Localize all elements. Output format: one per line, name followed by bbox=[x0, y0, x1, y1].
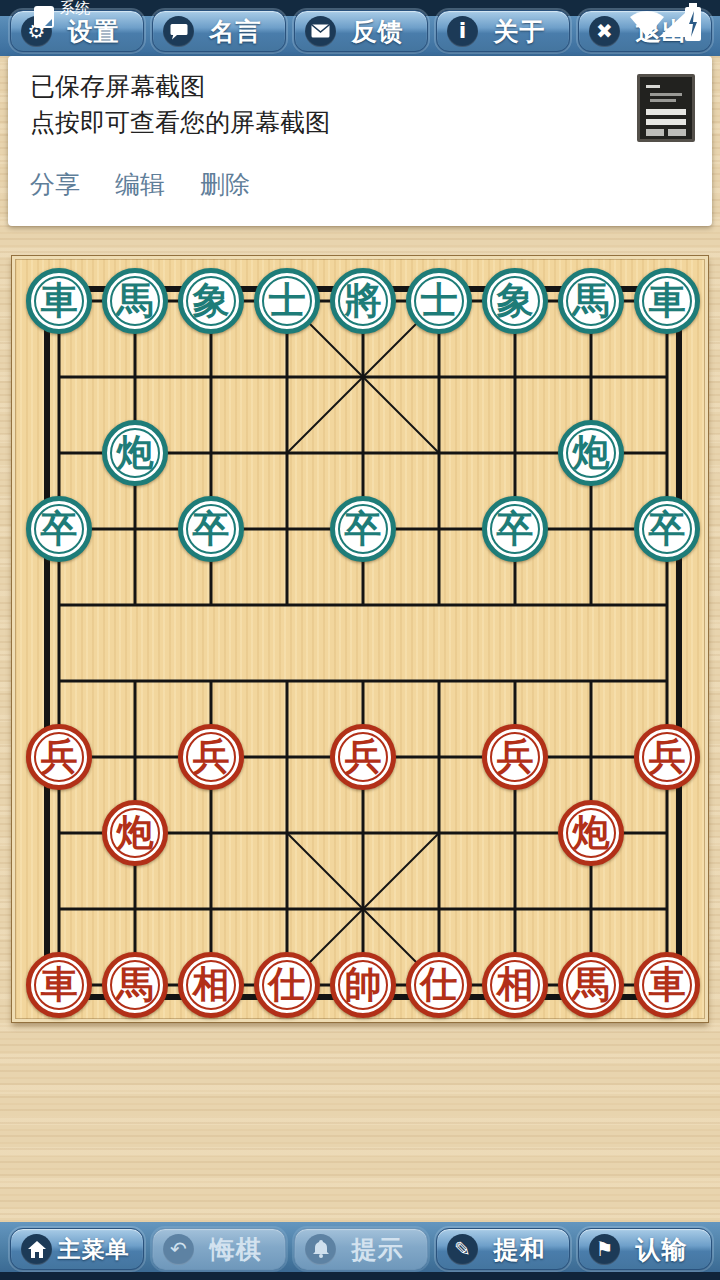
undo-move-button[interactable]: ↶ 悔棋 bbox=[152, 1228, 286, 1270]
piece-character: 相 bbox=[497, 966, 534, 1003]
main-menu-button-label: 主菜单 bbox=[52, 1234, 143, 1265]
piece-bC-r2c7[interactable]: 炮 bbox=[558, 420, 624, 486]
piece-rN-r9c7[interactable]: 馬 bbox=[558, 952, 624, 1018]
nav-bar-line bbox=[0, 1272, 720, 1280]
piece-character: 卒 bbox=[193, 510, 230, 547]
piece-face: 兵 bbox=[490, 732, 540, 782]
screenshot-icon bbox=[34, 6, 54, 28]
piece-face: 兵 bbox=[642, 732, 692, 782]
piece-face: 車 bbox=[34, 276, 84, 326]
piece-character: 象 bbox=[193, 282, 230, 319]
piece-character: 士 bbox=[421, 282, 458, 319]
piece-character: 車 bbox=[41, 966, 78, 1003]
piece-rA-r9c5[interactable]: 仕 bbox=[406, 952, 472, 1018]
piece-character: 炮 bbox=[117, 434, 154, 471]
piece-bB-r0c6[interactable]: 象 bbox=[482, 268, 548, 334]
piece-rN-r9c1[interactable]: 馬 bbox=[102, 952, 168, 1018]
piece-face: 仕 bbox=[414, 960, 464, 1010]
piece-bA-r0c5[interactable]: 士 bbox=[406, 268, 472, 334]
piece-face: 馬 bbox=[110, 276, 160, 326]
piece-bP-r3c4[interactable]: 卒 bbox=[330, 496, 396, 562]
notification-title: 已保存屏幕截图 bbox=[30, 70, 205, 103]
piece-character: 車 bbox=[649, 966, 686, 1003]
piece-character: 馬 bbox=[573, 282, 610, 319]
signal-icon bbox=[658, 12, 686, 38]
piece-rC-r7c1[interactable]: 炮 bbox=[102, 800, 168, 866]
home-icon bbox=[21, 1234, 52, 1265]
hint-button-label: 提示 bbox=[336, 1233, 427, 1266]
piece-face: 炮 bbox=[566, 808, 616, 858]
piece-character: 將 bbox=[345, 282, 382, 319]
piece-character: 馬 bbox=[117, 282, 154, 319]
piece-face: 馬 bbox=[110, 960, 160, 1010]
piece-rP-r6c8[interactable]: 兵 bbox=[634, 724, 700, 790]
offer-draw-button-label: 提和 bbox=[478, 1233, 569, 1266]
piece-character: 馬 bbox=[573, 966, 610, 1003]
xiangqi-board[interactable]: 車馬象士將士象馬車炮炮卒卒卒卒卒兵兵兵兵兵炮炮車馬相仕帥仕相馬車 bbox=[12, 256, 708, 1022]
piece-face: 士 bbox=[262, 276, 312, 326]
piece-face: 帥 bbox=[338, 960, 388, 1010]
piece-face: 炮 bbox=[110, 808, 160, 858]
status-system-label: 系统 bbox=[60, 0, 90, 18]
piece-bC-r2c1[interactable]: 炮 bbox=[102, 420, 168, 486]
piece-rR-r9c0[interactable]: 車 bbox=[26, 952, 92, 1018]
piece-face: 馬 bbox=[566, 960, 616, 1010]
piece-face: 車 bbox=[642, 960, 692, 1010]
piece-character: 仕 bbox=[269, 966, 306, 1003]
resign-button-label: 认输 bbox=[620, 1233, 711, 1266]
piece-character: 卒 bbox=[497, 510, 534, 547]
piece-face: 兵 bbox=[34, 732, 84, 782]
piece-face: 車 bbox=[642, 276, 692, 326]
piece-face: 卒 bbox=[34, 504, 84, 554]
piece-character: 相 bbox=[193, 966, 230, 1003]
bell-icon bbox=[305, 1234, 336, 1265]
hint-button[interactable]: 提示 bbox=[294, 1228, 428, 1270]
undo-icon: ↶ bbox=[163, 1234, 194, 1265]
piece-bK-r0c4[interactable]: 將 bbox=[330, 268, 396, 334]
piece-face: 卒 bbox=[338, 504, 388, 554]
resign-button[interactable]: ⚑ 认输 bbox=[578, 1228, 712, 1270]
share-action[interactable]: 分享 bbox=[30, 168, 80, 201]
settings-button-label: 设置 bbox=[52, 15, 143, 48]
piece-grid: 車馬象士將士象馬車炮炮卒卒卒卒卒兵兵兵兵兵炮炮車馬相仕帥仕相馬車 bbox=[21, 263, 705, 1023]
piece-bP-r3c8[interactable]: 卒 bbox=[634, 496, 700, 562]
piece-face: 象 bbox=[186, 276, 236, 326]
piece-rA-r9c3[interactable]: 仕 bbox=[254, 952, 320, 1018]
piece-rP-r6c6[interactable]: 兵 bbox=[482, 724, 548, 790]
piece-face: 卒 bbox=[642, 504, 692, 554]
about-button[interactable]: i 关于 bbox=[436, 10, 570, 52]
screenshot-notification[interactable]: 已保存屏幕截图 点按即可查看您的屏幕截图 分享 编辑 删除 bbox=[8, 56, 712, 226]
flag-icon: ⚑ bbox=[589, 1234, 620, 1265]
notification-subtitle: 点按即可查看您的屏幕截图 bbox=[30, 106, 330, 139]
piece-character: 炮 bbox=[573, 434, 610, 471]
piece-face: 仕 bbox=[262, 960, 312, 1010]
piece-face: 炮 bbox=[566, 428, 616, 478]
piece-face: 馬 bbox=[566, 276, 616, 326]
piece-rP-r6c0[interactable]: 兵 bbox=[26, 724, 92, 790]
edit-action[interactable]: 编辑 bbox=[115, 168, 165, 201]
piece-rP-r6c4[interactable]: 兵 bbox=[330, 724, 396, 790]
undo-move-button-label: 悔棋 bbox=[194, 1233, 285, 1266]
battery-charging-icon bbox=[684, 2, 702, 42]
piece-face: 兵 bbox=[186, 732, 236, 782]
piece-character: 車 bbox=[41, 282, 78, 319]
feedback-button-label: 反馈 bbox=[336, 15, 427, 48]
piece-character: 兵 bbox=[41, 738, 78, 775]
piece-character: 仕 bbox=[421, 966, 458, 1003]
piece-face: 士 bbox=[414, 276, 464, 326]
notification-actions: 分享 编辑 删除 bbox=[30, 168, 250, 201]
screenshot-thumbnail[interactable] bbox=[637, 74, 695, 142]
piece-bN-r0c1[interactable]: 馬 bbox=[102, 268, 168, 334]
piece-bN-r0c7[interactable]: 馬 bbox=[558, 268, 624, 334]
piece-face: 相 bbox=[490, 960, 540, 1010]
piece-character: 炮 bbox=[117, 814, 154, 851]
piece-bP-r3c6[interactable]: 卒 bbox=[482, 496, 548, 562]
piece-character: 象 bbox=[497, 282, 534, 319]
piece-face: 車 bbox=[34, 960, 84, 1010]
piece-character: 卒 bbox=[649, 510, 686, 547]
piece-character: 兵 bbox=[345, 738, 382, 775]
piece-rR-r9c8[interactable]: 車 bbox=[634, 952, 700, 1018]
piece-face: 卒 bbox=[490, 504, 540, 554]
piece-rB-r9c2[interactable]: 相 bbox=[178, 952, 244, 1018]
offer-draw-button[interactable]: ✎ 提和 bbox=[436, 1228, 570, 1270]
piece-rK-r9c4[interactable]: 帥 bbox=[330, 952, 396, 1018]
piece-bP-r3c0[interactable]: 卒 bbox=[26, 496, 92, 562]
piece-character: 卒 bbox=[345, 510, 382, 547]
piece-bR-r0c8[interactable]: 車 bbox=[634, 268, 700, 334]
speech-bubble-icon bbox=[163, 16, 194, 47]
piece-character: 卒 bbox=[41, 510, 78, 547]
piece-character: 兵 bbox=[497, 738, 534, 775]
envelope-icon bbox=[305, 16, 336, 47]
piece-bA-r0c3[interactable]: 士 bbox=[254, 268, 320, 334]
feedback-button[interactable]: 反馈 bbox=[294, 10, 428, 52]
piece-character: 炮 bbox=[573, 814, 610, 851]
piece-face: 將 bbox=[338, 276, 388, 326]
piece-character: 兵 bbox=[193, 738, 230, 775]
about-button-label: 关于 bbox=[478, 15, 569, 48]
quotes-button-label: 名言 bbox=[194, 15, 285, 48]
close-icon: ✖ bbox=[589, 16, 620, 47]
piece-character: 士 bbox=[269, 282, 306, 319]
piece-character: 車 bbox=[649, 282, 686, 319]
piece-rB-r9c6[interactable]: 相 bbox=[482, 952, 548, 1018]
piece-face: 兵 bbox=[338, 732, 388, 782]
main-menu-button[interactable]: 主菜单 bbox=[10, 1228, 144, 1270]
piece-face: 象 bbox=[490, 276, 540, 326]
piece-face: 炮 bbox=[110, 428, 160, 478]
delete-action[interactable]: 删除 bbox=[200, 168, 250, 201]
piece-bB-r0c2[interactable]: 象 bbox=[178, 268, 244, 334]
piece-character: 馬 bbox=[117, 966, 154, 1003]
piece-character: 帥 bbox=[345, 966, 382, 1003]
piece-face: 相 bbox=[186, 960, 236, 1010]
piece-face: 卒 bbox=[186, 504, 236, 554]
quotes-button[interactable]: 名言 bbox=[152, 10, 286, 52]
pencil-icon: ✎ bbox=[447, 1234, 478, 1265]
info-icon: i bbox=[447, 16, 478, 47]
piece-bP-r3c2[interactable]: 卒 bbox=[178, 496, 244, 562]
piece-rP-r6c2[interactable]: 兵 bbox=[178, 724, 244, 790]
piece-rC-r7c7[interactable]: 炮 bbox=[558, 800, 624, 866]
piece-character: 兵 bbox=[649, 738, 686, 775]
piece-bR-r0c0[interactable]: 車 bbox=[26, 268, 92, 334]
